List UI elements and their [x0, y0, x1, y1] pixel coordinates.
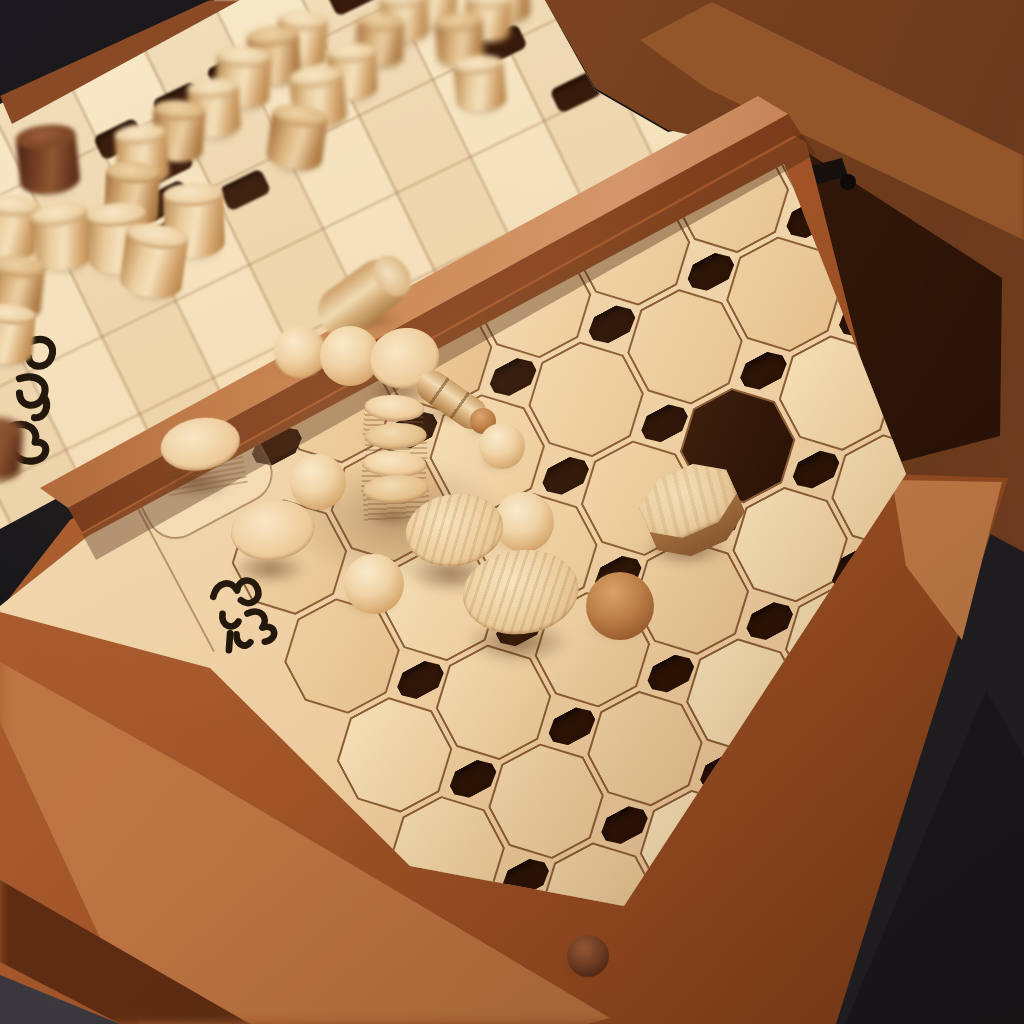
front-board-pieces [0, 0, 1024, 1024]
frame-knob [567, 935, 609, 977]
ball-piece[interactable] [344, 554, 404, 614]
ball-piece[interactable] [479, 423, 525, 469]
disc-piece[interactable] [156, 412, 247, 497]
ball-piece[interactable] [586, 572, 654, 640]
scene [0, 0, 1024, 1024]
disc-piece[interactable] [458, 543, 586, 662]
disc-piece[interactable] [227, 495, 321, 584]
